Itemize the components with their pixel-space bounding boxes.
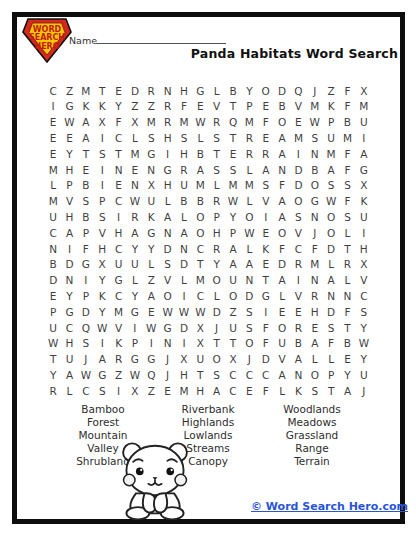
grid-cell-r14c13[interactable]: D <box>241 288 257 304</box>
grid-cell-r5c11[interactable]: T <box>209 146 225 162</box>
grid-cell-r9c1[interactable]: U <box>45 209 61 225</box>
grid-cell-r2c20[interactable]: M <box>356 99 372 115</box>
grid-cell-r15c15[interactable]: E <box>274 304 290 320</box>
grid-cell-r7c15[interactable]: F <box>274 178 290 194</box>
grid-cell-r20c1[interactable]: R <box>45 383 61 399</box>
grid-cell-r17c7[interactable]: I <box>143 336 159 352</box>
grid-cell-r18c6[interactable]: G <box>127 352 143 368</box>
grid-cell-r7c12[interactable]: M <box>225 178 241 194</box>
grid-cell-r14c18[interactable]: N <box>323 288 339 304</box>
grid-cell-r5c8[interactable]: I <box>159 146 175 162</box>
grid-cell-r8c11[interactable]: R <box>209 194 225 210</box>
grid-cell-r3c1[interactable]: E <box>45 115 61 131</box>
grid-cell-r8c10[interactable]: B <box>192 194 208 210</box>
grid-cell-r17c3[interactable]: S <box>78 336 94 352</box>
word-item-meadows[interactable]: Meadows <box>250 416 374 429</box>
grid-cell-r5c15[interactable]: A <box>274 146 290 162</box>
grid-cell-r20c5[interactable]: I <box>110 383 126 399</box>
grid-cell-r15c12[interactable]: Z <box>225 304 241 320</box>
grid-cell-r9c6[interactable]: R <box>127 209 143 225</box>
grid-cell-r12c12[interactable]: A <box>225 257 241 273</box>
grid-cell-r7c17[interactable]: O <box>307 178 323 194</box>
grid-cell-r4c11[interactable]: S <box>209 130 225 146</box>
grid-cell-r20c12[interactable]: C <box>225 383 241 399</box>
grid-cell-r3c11[interactable]: R <box>209 115 225 131</box>
grid-cell-r6c8[interactable]: G <box>159 162 175 178</box>
grid-cell-r15c19[interactable]: F <box>339 304 355 320</box>
grid-cell-r13c1[interactable]: D <box>45 273 61 289</box>
grid-cell-r13c9[interactable]: L <box>176 273 192 289</box>
grid-cell-r10c19[interactable]: L <box>339 225 355 241</box>
grid-cell-r16c10[interactable]: X <box>192 320 208 336</box>
grid-cell-r12c17[interactable]: M <box>307 257 323 273</box>
grid-cell-r1c13[interactable]: Y <box>241 83 257 99</box>
grid-cell-r19c13[interactable]: C <box>241 367 257 383</box>
grid-cell-r1c17[interactable]: J <box>307 83 323 99</box>
word-item-range[interactable]: Range <box>250 442 374 455</box>
grid-cell-r18c10[interactable]: U <box>192 352 208 368</box>
grid-cell-r5c16[interactable]: I <box>290 146 306 162</box>
grid-cell-r13c8[interactable]: V <box>159 273 175 289</box>
grid-cell-r16c2[interactable]: C <box>61 320 77 336</box>
grid-cell-r9c16[interactable]: S <box>290 209 306 225</box>
grid-cell-r15c8[interactable]: W <box>159 304 175 320</box>
grid-cell-r7c19[interactable]: S <box>339 178 355 194</box>
grid-cell-r10c17[interactable]: J <box>307 225 323 241</box>
grid-cell-r15c11[interactable]: D <box>209 304 225 320</box>
grid-cell-r16c16[interactable]: R <box>290 320 306 336</box>
grid-cell-r17c5[interactable]: K <box>110 336 126 352</box>
grid-cell-r1c16[interactable]: Q <box>290 83 306 99</box>
grid-cell-r18c18[interactable]: L <box>323 352 339 368</box>
grid-cell-r19c15[interactable]: A <box>274 367 290 383</box>
grid-cell-r6c18[interactable]: A <box>323 162 339 178</box>
grid-cell-r8c1[interactable]: M <box>45 194 61 210</box>
grid-cell-r10c4[interactable]: V <box>94 225 110 241</box>
grid-cell-r16c12[interactable]: U <box>225 320 241 336</box>
grid-cell-r6c1[interactable]: M <box>45 162 61 178</box>
grid-cell-r12c10[interactable]: T <box>192 257 208 273</box>
grid-cell-r16c11[interactable]: J <box>209 320 225 336</box>
grid-cell-r16c7[interactable]: W <box>143 320 159 336</box>
grid-cell-r16c17[interactable]: E <box>307 320 323 336</box>
grid-cell-r1c18[interactable]: Z <box>323 83 339 99</box>
grid-cell-r12c6[interactable]: U <box>127 257 143 273</box>
grid-cell-r20c15[interactable]: L <box>274 383 290 399</box>
grid-cell-r7c7[interactable]: X <box>143 178 159 194</box>
grid-cell-r2c9[interactable]: F <box>176 99 192 115</box>
grid-cell-r20c3[interactable]: C <box>78 383 94 399</box>
grid-cell-r6c20[interactable]: G <box>356 162 372 178</box>
grid-cell-r10c15[interactable]: O <box>274 225 290 241</box>
grid-cell-r11c20[interactable]: H <box>356 241 372 257</box>
grid-cell-r1c2[interactable]: Z <box>61 83 77 99</box>
grid-cell-r10c8[interactable]: N <box>159 225 175 241</box>
grid-cell-r5c18[interactable]: M <box>323 146 339 162</box>
grid-cell-r8c5[interactable]: C <box>110 194 126 210</box>
grid-cell-r19c12[interactable]: C <box>225 367 241 383</box>
grid-cell-r3c9[interactable]: M <box>176 115 192 131</box>
grid-cell-r1c8[interactable]: N <box>159 83 175 99</box>
grid-cell-r2c12[interactable]: T <box>225 99 241 115</box>
grid-cell-r19c5[interactable]: Z <box>110 367 126 383</box>
grid-cell-r12c7[interactable]: L <box>143 257 159 273</box>
grid-cell-r15c14[interactable]: I <box>258 304 274 320</box>
grid-cell-r12c5[interactable]: U <box>110 257 126 273</box>
grid-cell-r10c6[interactable]: A <box>127 225 143 241</box>
grid-cell-r11c14[interactable]: K <box>258 241 274 257</box>
grid-cell-r3c20[interactable]: U <box>356 115 372 131</box>
grid-cell-r14c7[interactable]: A <box>143 288 159 304</box>
grid-cell-r14c17[interactable]: R <box>307 288 323 304</box>
grid-cell-r2c8[interactable]: R <box>159 99 175 115</box>
grid-cell-r19c3[interactable]: W <box>78 367 94 383</box>
grid-cell-r1c10[interactable]: G <box>192 83 208 99</box>
grid-cell-r4c8[interactable]: H <box>159 130 175 146</box>
grid-cell-r7c2[interactable]: P <box>61 178 77 194</box>
word-search-hero-credit-link[interactable]: © Word Search Hero.com <box>251 500 408 513</box>
grid-cell-r11c19[interactable]: T <box>339 241 355 257</box>
grid-cell-r19c7[interactable]: Q <box>143 367 159 383</box>
grid-cell-r18c5[interactable]: R <box>110 352 126 368</box>
grid-cell-r1c11[interactable]: L <box>209 83 225 99</box>
grid-cell-r3c6[interactable]: X <box>127 115 143 131</box>
grid-cell-r2c17[interactable]: M <box>307 99 323 115</box>
grid-cell-r10c2[interactable]: A <box>61 225 77 241</box>
grid-cell-r17c17[interactable]: A <box>307 336 323 352</box>
grid-cell-r20c14[interactable]: F <box>258 383 274 399</box>
grid-cell-r15c2[interactable]: G <box>61 304 77 320</box>
grid-cell-r9c12[interactable]: Y <box>225 209 241 225</box>
grid-cell-r6c15[interactable]: N <box>274 162 290 178</box>
grid-cell-r12c15[interactable]: D <box>274 257 290 273</box>
grid-cell-r20c17[interactable]: S <box>307 383 323 399</box>
grid-cell-r11c9[interactable]: N <box>176 241 192 257</box>
grid-cell-r2c1[interactable]: I <box>45 99 61 115</box>
grid-cell-r16c18[interactable]: S <box>323 320 339 336</box>
grid-cell-r13c7[interactable]: Z <box>143 273 159 289</box>
grid-cell-r14c20[interactable]: C <box>356 288 372 304</box>
grid-cell-r17c14[interactable]: F <box>258 336 274 352</box>
grid-cell-r10c7[interactable]: G <box>143 225 159 241</box>
grid-cell-r2c14[interactable]: E <box>258 99 274 115</box>
grid-cell-r9c9[interactable]: L <box>176 209 192 225</box>
grid-cell-r7c10[interactable]: M <box>192 178 208 194</box>
grid-cell-r11c12[interactable]: A <box>225 241 241 257</box>
grid-cell-r6c4[interactable]: I <box>94 162 110 178</box>
grid-cell-r3c17[interactable]: W <box>307 115 323 131</box>
word-item-woodlands[interactable]: Woodlands <box>250 403 374 416</box>
grid-cell-r19c18[interactable]: P <box>323 367 339 383</box>
grid-cell-r13c13[interactable]: N <box>241 273 257 289</box>
grid-cell-r1c9[interactable]: H <box>176 83 192 99</box>
grid-cell-r5c20[interactable]: A <box>356 146 372 162</box>
grid-cell-r8c18[interactable]: W <box>323 194 339 210</box>
grid-cell-r12c18[interactable]: L <box>323 257 339 273</box>
grid-cell-r17c18[interactable]: F <box>323 336 339 352</box>
grid-cell-r12c4[interactable]: X <box>94 257 110 273</box>
grid-cell-r7c18[interactable]: S <box>323 178 339 194</box>
grid-cell-r20c19[interactable]: A <box>339 383 355 399</box>
grid-cell-r8c13[interactable]: L <box>241 194 257 210</box>
grid-cell-r4c1[interactable]: E <box>45 130 61 146</box>
grid-cell-r13c15[interactable]: A <box>274 273 290 289</box>
grid-cell-r6c16[interactable]: D <box>290 162 306 178</box>
grid-cell-r11c8[interactable]: D <box>159 241 175 257</box>
grid-cell-r9c13[interactable]: O <box>241 209 257 225</box>
grid-cell-r14c8[interactable]: O <box>159 288 175 304</box>
grid-cell-r12c9[interactable]: D <box>176 257 192 273</box>
grid-cell-r9c15[interactable]: A <box>274 209 290 225</box>
grid-cell-r3c15[interactable]: O <box>274 115 290 131</box>
grid-cell-r12c13[interactable]: A <box>241 257 257 273</box>
grid-cell-r9c17[interactable]: N <box>307 209 323 225</box>
grid-cell-r3c8[interactable]: R <box>159 115 175 131</box>
grid-cell-r2c5[interactable]: Y <box>110 99 126 115</box>
grid-cell-r7c13[interactable]: M <box>241 178 257 194</box>
grid-cell-r19c11[interactable]: S <box>209 367 225 383</box>
grid-cell-r17c8[interactable]: N <box>159 336 175 352</box>
grid-cell-r3c12[interactable]: Q <box>225 115 241 131</box>
grid-cell-r13c3[interactable]: I <box>78 273 94 289</box>
grid-cell-r5c3[interactable]: T <box>78 146 94 162</box>
grid-cell-r9c7[interactable]: K <box>143 209 159 225</box>
grid-cell-r8c17[interactable]: G <box>307 194 323 210</box>
grid-cell-r8c4[interactable]: P <box>94 194 110 210</box>
grid-cell-r16c13[interactable]: S <box>241 320 257 336</box>
grid-cell-r18c20[interactable]: Y <box>356 352 372 368</box>
grid-cell-r20c20[interactable]: J <box>356 383 372 399</box>
grid-cell-r12c19[interactable]: R <box>339 257 355 273</box>
grid-cell-r9c4[interactable]: S <box>94 209 110 225</box>
grid-cell-r20c7[interactable]: Z <box>143 383 159 399</box>
grid-cell-r19c6[interactable]: W <box>127 367 143 383</box>
grid-cell-r9c18[interactable]: O <box>323 209 339 225</box>
grid-cell-r19c20[interactable]: U <box>356 367 372 383</box>
grid-cell-r5c19[interactable]: F <box>339 146 355 162</box>
grid-cell-r10c18[interactable]: O <box>323 225 339 241</box>
grid-cell-r6c14[interactable]: A <box>258 162 274 178</box>
grid-cell-r7c16[interactable]: D <box>290 178 306 194</box>
grid-cell-r8c9[interactable]: B <box>176 194 192 210</box>
grid-cell-r4c12[interactable]: T <box>225 130 241 146</box>
grid-cell-r20c16[interactable]: K <box>290 383 306 399</box>
grid-cell-r12c8[interactable]: S <box>159 257 175 273</box>
grid-cell-r11c15[interactable]: F <box>274 241 290 257</box>
grid-cell-r3c5[interactable]: F <box>110 115 126 131</box>
grid-cell-r5c10[interactable]: B <box>192 146 208 162</box>
grid-cell-r18c15[interactable]: V <box>274 352 290 368</box>
grid-cell-r15c18[interactable]: D <box>323 304 339 320</box>
grid-cell-r5c9[interactable]: H <box>176 146 192 162</box>
grid-cell-r7c20[interactable]: X <box>356 178 372 194</box>
grid-cell-r2c4[interactable]: K <box>94 99 110 115</box>
grid-cell-r14c4[interactable]: K <box>94 288 110 304</box>
grid-cell-r18c12[interactable]: X <box>225 352 241 368</box>
grid-cell-r11c1[interactable]: N <box>45 241 61 257</box>
word-item-grassland[interactable]: Grassland <box>250 429 374 442</box>
grid-cell-r6c3[interactable]: E <box>78 162 94 178</box>
grid-cell-r16c20[interactable]: Y <box>356 320 372 336</box>
grid-cell-r10c3[interactable]: P <box>78 225 94 241</box>
grid-cell-r20c18[interactable]: T <box>323 383 339 399</box>
grid-cell-r10c5[interactable]: H <box>110 225 126 241</box>
grid-cell-r5c7[interactable]: G <box>143 146 159 162</box>
grid-cell-r11c10[interactable]: C <box>192 241 208 257</box>
grid-cell-r10c14[interactable]: E <box>258 225 274 241</box>
grid-cell-r10c16[interactable]: V <box>290 225 306 241</box>
grid-cell-r14c3[interactable]: P <box>78 288 94 304</box>
grid-cell-r4c6[interactable]: L <box>127 130 143 146</box>
grid-cell-r14c19[interactable]: N <box>339 288 355 304</box>
grid-cell-r8c16[interactable]: O <box>290 194 306 210</box>
grid-cell-r2c13[interactable]: P <box>241 99 257 115</box>
grid-cell-r2c18[interactable]: K <box>323 99 339 115</box>
grid-cell-r9c19[interactable]: S <box>339 209 355 225</box>
grid-cell-r17c2[interactable]: H <box>61 336 77 352</box>
grid-cell-r6c2[interactable]: H <box>61 162 77 178</box>
grid-cell-r8c2[interactable]: V <box>61 194 77 210</box>
grid-cell-r17c11[interactable]: T <box>209 336 225 352</box>
grid-cell-r6c11[interactable]: S <box>209 162 225 178</box>
grid-cell-r6c6[interactable]: E <box>127 162 143 178</box>
grid-cell-r16c1[interactable]: U <box>45 320 61 336</box>
grid-cell-r19c2[interactable]: A <box>61 367 77 383</box>
grid-cell-r17c19[interactable]: B <box>339 336 355 352</box>
grid-cell-r18c4[interactable]: A <box>94 352 110 368</box>
grid-cell-r9c5[interactable]: I <box>110 209 126 225</box>
grid-cell-r11c3[interactable]: F <box>78 241 94 257</box>
grid-cell-r11c5[interactable]: C <box>110 241 126 257</box>
grid-cell-r20c8[interactable]: E <box>159 383 175 399</box>
grid-cell-r13c6[interactable]: L <box>127 273 143 289</box>
grid-cell-r14c16[interactable]: V <box>290 288 306 304</box>
grid-cell-r6c19[interactable]: F <box>339 162 355 178</box>
grid-cell-r4c16[interactable]: M <box>290 130 306 146</box>
grid-cell-r9c3[interactable]: B <box>78 209 94 225</box>
grid-cell-r4c9[interactable]: S <box>176 130 192 146</box>
grid-cell-r8c19[interactable]: F <box>339 194 355 210</box>
grid-cell-r17c12[interactable]: T <box>225 336 241 352</box>
grid-cell-r12c14[interactable]: E <box>258 257 274 273</box>
grid-cell-r9c2[interactable]: H <box>61 209 77 225</box>
grid-cell-r15c7[interactable]: E <box>143 304 159 320</box>
grid-cell-r15c20[interactable]: S <box>356 304 372 320</box>
grid-cell-r3c13[interactable]: M <box>241 115 257 131</box>
grid-cell-r16c14[interactable]: F <box>258 320 274 336</box>
grid-cell-r13c20[interactable]: V <box>356 273 372 289</box>
name-input-line[interactable] <box>96 42 226 44</box>
grid-cell-r11c4[interactable]: H <box>94 241 110 257</box>
grid-cell-r4c5[interactable]: C <box>110 130 126 146</box>
grid-cell-r11c18[interactable]: D <box>323 241 339 257</box>
grid-cell-r3c2[interactable]: W <box>61 115 77 131</box>
grid-cell-r6c9[interactable]: R <box>176 162 192 178</box>
grid-cell-r16c15[interactable]: O <box>274 320 290 336</box>
grid-cell-r17c15[interactable]: U <box>274 336 290 352</box>
grid-cell-r6c7[interactable]: N <box>143 162 159 178</box>
grid-cell-r4c7[interactable]: S <box>143 130 159 146</box>
grid-cell-r12c20[interactable]: X <box>356 257 372 273</box>
grid-cell-r5c17[interactable]: N <box>307 146 323 162</box>
grid-cell-r18c7[interactable]: G <box>143 352 159 368</box>
grid-cell-r10c13[interactable]: W <box>241 225 257 241</box>
grid-cell-r11c2[interactable]: I <box>61 241 77 257</box>
grid-cell-r14c11[interactable]: L <box>209 288 225 304</box>
grid-cell-r15c17[interactable]: H <box>307 304 323 320</box>
grid-cell-r17c13[interactable]: O <box>241 336 257 352</box>
grid-cell-r2c15[interactable]: B <box>274 99 290 115</box>
grid-cell-r11c6[interactable]: Y <box>127 241 143 257</box>
grid-cell-r8c7[interactable]: U <box>143 194 159 210</box>
grid-cell-r4c14[interactable]: E <box>258 130 274 146</box>
grid-cell-r15c6[interactable]: G <box>127 304 143 320</box>
grid-cell-r8c12[interactable]: W <box>225 194 241 210</box>
grid-cell-r14c9[interactable]: I <box>176 288 192 304</box>
grid-cell-r3c14[interactable]: F <box>258 115 274 131</box>
grid-cell-r14c10[interactable]: C <box>192 288 208 304</box>
grid-cell-r1c6[interactable]: D <box>127 83 143 99</box>
grid-cell-r20c2[interactable]: L <box>61 383 77 399</box>
grid-cell-r13c17[interactable]: N <box>307 273 323 289</box>
grid-cell-r10c11[interactable]: H <box>209 225 225 241</box>
grid-cell-r6c12[interactable]: S <box>225 162 241 178</box>
grid-cell-r15c3[interactable]: D <box>78 304 94 320</box>
grid-cell-r9c14[interactable]: I <box>258 209 274 225</box>
grid-cell-r9c11[interactable]: P <box>209 209 225 225</box>
grid-cell-r5c13[interactable]: R <box>241 146 257 162</box>
grid-cell-r6c13[interactable]: L <box>241 162 257 178</box>
grid-cell-r20c10[interactable]: H <box>192 383 208 399</box>
grid-cell-r18c16[interactable]: A <box>290 352 306 368</box>
grid-cell-r12c1[interactable]: B <box>45 257 61 273</box>
grid-cell-r11c11[interactable]: R <box>209 241 225 257</box>
grid-cell-r4c17[interactable]: S <box>307 130 323 146</box>
grid-cell-r14c12[interactable]: O <box>225 288 241 304</box>
word-item-terrain[interactable]: Terrain <box>250 455 374 468</box>
grid-cell-r2c2[interactable]: G <box>61 99 77 115</box>
grid-cell-r1c12[interactable]: B <box>225 83 241 99</box>
grid-cell-r8c3[interactable]: S <box>78 194 94 210</box>
grid-cell-r4c4[interactable]: I <box>94 130 110 146</box>
grid-cell-r3c18[interactable]: P <box>323 115 339 131</box>
grid-cell-r18c8[interactable]: J <box>159 352 175 368</box>
grid-cell-r20c4[interactable]: S <box>94 383 110 399</box>
grid-cell-r14c1[interactable]: E <box>45 288 61 304</box>
grid-cell-r18c17[interactable]: L <box>307 352 323 368</box>
grid-cell-r13c10[interactable]: M <box>192 273 208 289</box>
grid-cell-r3c3[interactable]: A <box>78 115 94 131</box>
grid-cell-r9c10[interactable]: O <box>192 209 208 225</box>
grid-cell-r1c1[interactable]: C <box>45 83 61 99</box>
grid-cell-r10c20[interactable]: I <box>356 225 372 241</box>
grid-cell-r1c20[interactable]: X <box>356 83 372 99</box>
grid-cell-r13c4[interactable]: Y <box>94 273 110 289</box>
grid-cell-r14c2[interactable]: Y <box>61 288 77 304</box>
grid-cell-r16c8[interactable]: G <box>159 320 175 336</box>
grid-cell-r19c19[interactable]: Y <box>339 367 355 383</box>
grid-cell-r2c19[interactable]: F <box>339 99 355 115</box>
grid-cell-r3c4[interactable]: X <box>94 115 110 131</box>
grid-cell-r4c13[interactable]: R <box>241 130 257 146</box>
grid-cell-r1c4[interactable]: T <box>94 83 110 99</box>
grid-cell-r17c20[interactable]: W <box>356 336 372 352</box>
grid-cell-r6c10[interactable]: A <box>192 162 208 178</box>
grid-cell-r5c1[interactable]: E <box>45 146 61 162</box>
grid-cell-r11c13[interactable]: L <box>241 241 257 257</box>
grid-cell-r18c3[interactable]: J <box>78 352 94 368</box>
grid-cell-r17c6[interactable]: P <box>127 336 143 352</box>
